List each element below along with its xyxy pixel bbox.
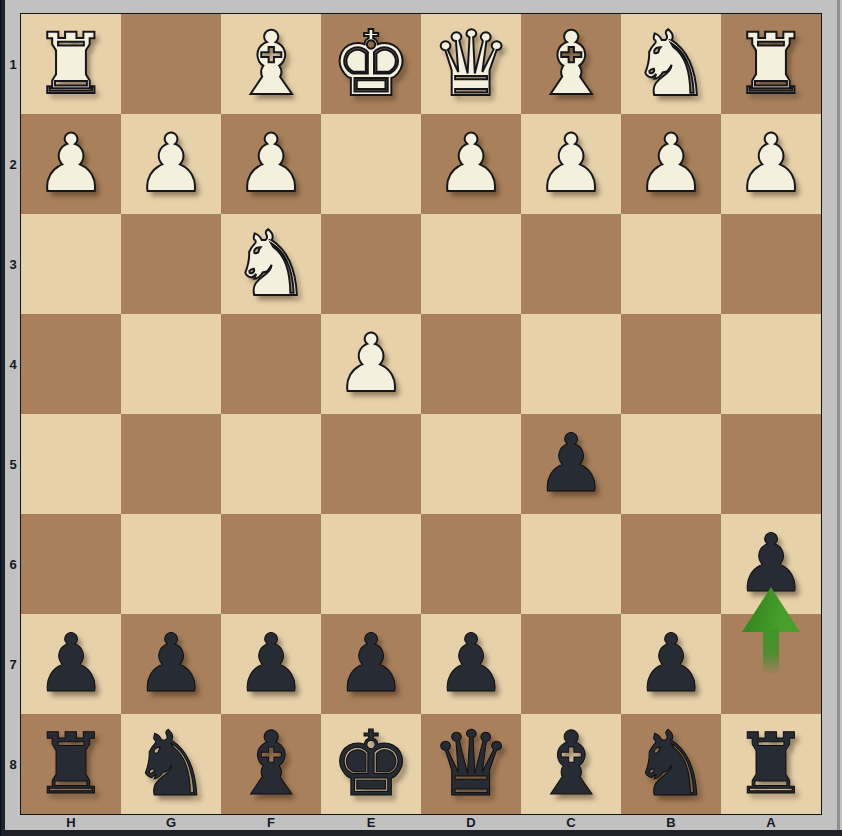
square-g2[interactable]: ♟ <box>121 114 221 214</box>
square-d6[interactable] <box>421 514 521 614</box>
piece-black-bishop[interactable]: ♝ <box>232 720 311 808</box>
square-d4[interactable] <box>421 314 521 414</box>
chess-app-window: { "game": "chess", "position": { "fen": … <box>0 0 842 836</box>
frame-right-groove <box>837 0 840 830</box>
square-e8[interactable]: ♚ <box>321 714 421 814</box>
piece-white-queen[interactable]: ♛ <box>431 19 512 109</box>
square-c3[interactable] <box>521 214 621 314</box>
square-a5[interactable] <box>721 414 821 514</box>
file-labels: HGFEDCBA <box>21 814 821 830</box>
piece-black-rook[interactable]: ♜ <box>733 722 808 806</box>
square-a4[interactable] <box>721 314 821 414</box>
square-f3[interactable]: ♞ <box>221 214 321 314</box>
square-h2[interactable]: ♟ <box>21 114 121 214</box>
square-b2[interactable]: ♟ <box>621 114 721 214</box>
square-d7[interactable]: ♟ <box>421 614 521 714</box>
piece-black-pawn[interactable]: ♟ <box>735 524 807 604</box>
piece-black-pawn[interactable]: ♟ <box>135 624 207 704</box>
square-g7[interactable]: ♟ <box>121 614 221 714</box>
square-e3[interactable] <box>321 214 421 314</box>
rank-label-6: 6 <box>5 514 21 614</box>
piece-black-pawn[interactable]: ♟ <box>35 624 107 704</box>
square-a2[interactable]: ♟ <box>721 114 821 214</box>
file-label-c: C <box>521 814 621 830</box>
square-a1[interactable]: ♜ <box>721 14 821 114</box>
file-label-g: G <box>121 814 221 830</box>
rank-label-5: 5 <box>5 414 21 514</box>
square-h6[interactable] <box>21 514 121 614</box>
square-b1[interactable]: ♞ <box>621 14 721 114</box>
square-a3[interactable] <box>721 214 821 314</box>
square-b3[interactable] <box>621 214 721 314</box>
piece-white-pawn[interactable]: ♟ <box>535 124 607 204</box>
square-e2[interactable] <box>321 114 421 214</box>
piece-white-knight[interactable]: ♞ <box>631 19 712 109</box>
piece-black-queen[interactable]: ♛ <box>431 719 512 809</box>
piece-white-pawn[interactable]: ♟ <box>135 124 207 204</box>
piece-black-pawn[interactable]: ♟ <box>635 624 707 704</box>
square-e6[interactable] <box>321 514 421 614</box>
square-a7[interactable] <box>721 614 821 714</box>
square-c8[interactable]: ♝ <box>521 714 621 814</box>
rank-label-2: 2 <box>5 114 21 214</box>
file-label-e: E <box>321 814 421 830</box>
piece-black-knight[interactable]: ♞ <box>131 719 212 809</box>
square-c5[interactable]: ♟ <box>521 414 621 514</box>
rank-labels: 12345678 <box>5 14 21 814</box>
square-e4[interactable]: ♟ <box>321 314 421 414</box>
square-c4[interactable] <box>521 314 621 414</box>
rank-label-4: 4 <box>5 314 21 414</box>
square-b6[interactable] <box>621 514 721 614</box>
piece-white-pawn[interactable]: ♟ <box>735 124 807 204</box>
piece-white-rook[interactable]: ♜ <box>733 22 808 106</box>
piece-white-bishop[interactable]: ♝ <box>232 20 311 108</box>
square-d8[interactable]: ♛ <box>421 714 521 814</box>
piece-white-pawn[interactable]: ♟ <box>235 124 307 204</box>
square-e7[interactable]: ♟ <box>321 614 421 714</box>
file-label-h: H <box>21 814 121 830</box>
square-h5[interactable] <box>21 414 121 514</box>
piece-white-knight[interactable]: ♞ <box>231 219 312 309</box>
piece-black-pawn[interactable]: ♟ <box>435 624 507 704</box>
piece-black-pawn[interactable]: ♟ <box>535 424 607 504</box>
piece-white-rook[interactable]: ♜ <box>33 22 108 106</box>
window-bottom-edge <box>0 830 842 836</box>
square-f1[interactable]: ♝ <box>221 14 321 114</box>
rank-label-8: 8 <box>5 714 21 814</box>
square-c7[interactable] <box>521 614 621 714</box>
square-b5[interactable] <box>621 414 721 514</box>
piece-white-pawn[interactable]: ♟ <box>635 124 707 204</box>
piece-black-pawn[interactable]: ♟ <box>235 624 307 704</box>
piece-black-bishop[interactable]: ♝ <box>532 720 611 808</box>
file-label-a: A <box>721 814 821 830</box>
file-label-d: D <box>421 814 521 830</box>
square-g4[interactable] <box>121 314 221 414</box>
piece-white-pawn[interactable]: ♟ <box>435 124 507 204</box>
square-g1[interactable] <box>121 14 221 114</box>
square-d5[interactable] <box>421 414 521 514</box>
square-h7[interactable]: ♟ <box>21 614 121 714</box>
square-b8[interactable]: ♞ <box>621 714 721 814</box>
piece-white-king[interactable]: ♚ <box>331 19 412 109</box>
square-f7[interactable]: ♟ <box>221 614 321 714</box>
piece-white-pawn[interactable]: ♟ <box>335 324 407 404</box>
square-e5[interactable] <box>321 414 421 514</box>
square-h8[interactable]: ♜ <box>21 714 121 814</box>
piece-white-bishop[interactable]: ♝ <box>532 20 611 108</box>
square-h3[interactable] <box>21 214 121 314</box>
square-g3[interactable] <box>121 214 221 314</box>
piece-black-knight[interactable]: ♞ <box>631 719 712 809</box>
square-c2[interactable]: ♟ <box>521 114 621 214</box>
square-d1[interactable]: ♛ <box>421 14 521 114</box>
square-c6[interactable] <box>521 514 621 614</box>
piece-white-pawn[interactable]: ♟ <box>35 124 107 204</box>
square-g5[interactable] <box>121 414 221 514</box>
file-label-b: B <box>621 814 721 830</box>
rank-label-7: 7 <box>5 614 21 714</box>
file-label-f: F <box>221 814 321 830</box>
square-c1[interactable]: ♝ <box>521 14 621 114</box>
square-b4[interactable] <box>621 314 721 414</box>
square-f2[interactable]: ♟ <box>221 114 321 214</box>
window-left-edge <box>0 0 5 836</box>
square-a8[interactable]: ♜ <box>721 714 821 814</box>
square-g6[interactable] <box>121 514 221 614</box>
square-f4[interactable] <box>221 314 321 414</box>
square-f5[interactable] <box>221 414 321 514</box>
square-a6[interactable]: ♟ <box>721 514 821 614</box>
square-f8[interactable]: ♝ <box>221 714 321 814</box>
chess-board[interactable]: ♜♝♚♛♝♞♜♟♟♟♟♟♟♟♞♟♟♟♟♟♟♟♟♟♜♞♝♚♛♝♞♜ <box>20 13 822 815</box>
square-d2[interactable]: ♟ <box>421 114 521 214</box>
square-f6[interactable] <box>221 514 321 614</box>
square-h1[interactable]: ♜ <box>21 14 121 114</box>
piece-black-pawn[interactable]: ♟ <box>335 624 407 704</box>
piece-black-rook[interactable]: ♜ <box>33 722 108 806</box>
square-b7[interactable]: ♟ <box>621 614 721 714</box>
rank-label-1: 1 <box>5 14 21 114</box>
rank-label-3: 3 <box>5 214 21 314</box>
square-h4[interactable] <box>21 314 121 414</box>
piece-black-king[interactable]: ♚ <box>331 719 412 809</box>
square-d3[interactable] <box>421 214 521 314</box>
square-g8[interactable]: ♞ <box>121 714 221 814</box>
square-e1[interactable]: ♚ <box>321 14 421 114</box>
